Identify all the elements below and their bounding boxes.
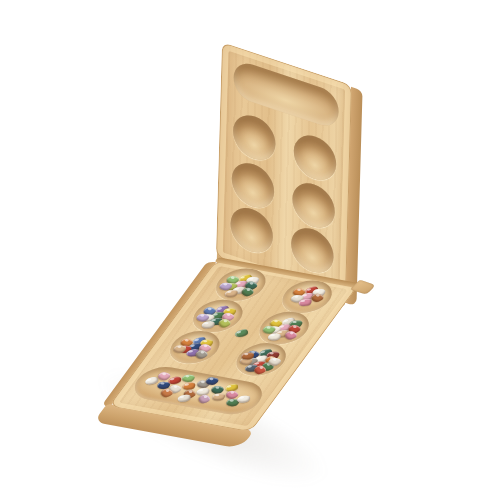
gem-stone <box>168 376 181 385</box>
gem-stone <box>201 321 216 328</box>
lower-pit-right-2[interactable] <box>251 308 318 347</box>
upper-pit-right-1[interactable] <box>293 130 337 186</box>
product-photo <box>0 0 500 500</box>
upper-pit-left-1[interactable] <box>233 110 277 166</box>
gem-stone <box>267 333 282 340</box>
gem-stone <box>180 374 196 383</box>
upper-pit-left-2[interactable] <box>231 157 275 213</box>
gem-stone <box>298 298 312 306</box>
gem-stone <box>236 395 250 403</box>
gem-stone <box>211 393 227 401</box>
gem-stone <box>224 290 239 297</box>
board-lower-half <box>109 260 359 432</box>
upper-pit-right-3[interactable] <box>291 222 335 278</box>
upper-pit-right-2[interactable] <box>292 177 336 233</box>
gem-stone <box>177 394 190 403</box>
upper-pit-left-3[interactable] <box>230 202 274 258</box>
lower-pit-right-3[interactable] <box>228 340 295 379</box>
gem-stone <box>234 328 249 338</box>
lower-pit-left-3[interactable] <box>162 328 229 367</box>
loose-stone-on-ridge <box>228 325 256 341</box>
